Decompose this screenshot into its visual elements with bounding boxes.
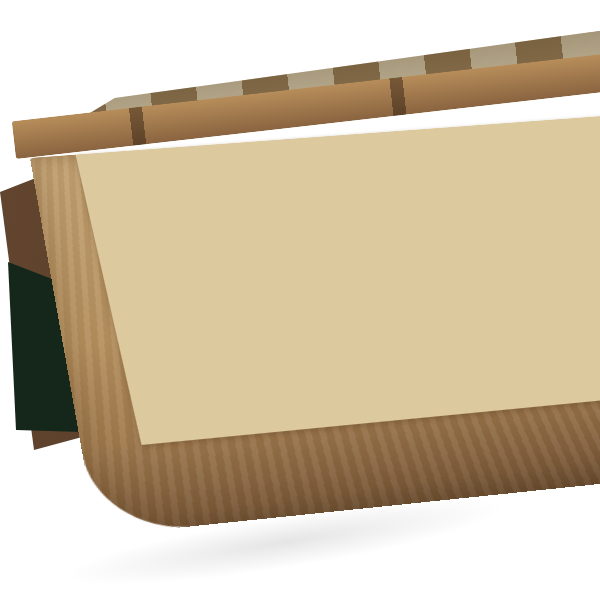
board-grid bbox=[86, 121, 600, 430]
chess-board-flat-half bbox=[30, 114, 600, 536]
product-photo-scene bbox=[0, 0, 600, 600]
board-inner-border bbox=[76, 115, 600, 445]
